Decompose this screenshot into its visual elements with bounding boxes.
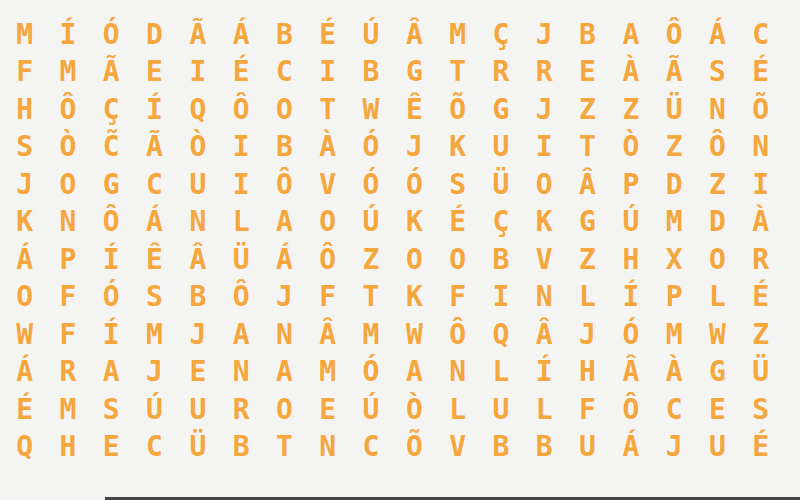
grid-cell[interactable]: K (393, 279, 436, 317)
grid-cell[interactable]: É (436, 204, 479, 242)
grid-cell[interactable]: O (3, 279, 46, 317)
grid-cell[interactable]: B (349, 54, 392, 92)
grid-cell[interactable]: J (133, 354, 176, 392)
grid-cell[interactable]: Z (609, 91, 652, 129)
grid-cell[interactable]: N (46, 204, 89, 242)
grid-cell[interactable]: Ü (219, 241, 262, 279)
grid-cell[interactable]: J (176, 316, 219, 354)
grid-cell[interactable]: M (3, 16, 46, 54)
grid-cell[interactable]: Ô (219, 91, 262, 129)
grid-cell[interactable]: A (90, 354, 133, 392)
grid-cell[interactable]: L (436, 391, 479, 429)
grid-cell[interactable]: C (349, 429, 392, 467)
grid-cell[interactable]: E (566, 54, 609, 92)
grid-cell[interactable]: F (46, 279, 89, 317)
grid-cell[interactable]: Ü (479, 166, 522, 204)
grid-cell[interactable]: O (46, 166, 89, 204)
grid-cell[interactable]: Ú (349, 391, 392, 429)
grid-cell[interactable]: Z (696, 166, 739, 204)
grid-cell[interactable]: S (739, 391, 782, 429)
grid-cell[interactable]: E (306, 391, 349, 429)
grid-cell[interactable]: Ô (263, 166, 306, 204)
grid-cell[interactable]: B (219, 429, 262, 467)
grid-cell[interactable]: O (696, 241, 739, 279)
grid-cell[interactable]: R (739, 241, 782, 279)
grid-cell[interactable]: U (176, 391, 219, 429)
grid-cell[interactable]: S (696, 54, 739, 92)
grid-cell[interactable]: Ü (652, 91, 695, 129)
grid-cell[interactable]: É (739, 279, 782, 317)
grid-cell[interactable]: O (263, 391, 306, 429)
grid-cell[interactable]: V (523, 241, 566, 279)
grid-cell[interactable]: É (219, 54, 262, 92)
grid-cell[interactable]: O (523, 166, 566, 204)
word-search-board: MÍÓDÃÁBÉÚÂMÇJBAÔÁCFMÃEIÉCIBGTRREÀÃSÉHÔÇÍ… (3, 16, 782, 466)
grid-cell[interactable]: L (696, 279, 739, 317)
grid-cell[interactable]: C (133, 429, 176, 467)
grid-cell[interactable]: Á (3, 354, 46, 392)
grid-cell[interactable]: I (219, 166, 262, 204)
grid-cell[interactable]: Q (176, 91, 219, 129)
grid-cell[interactable]: B (479, 241, 522, 279)
grid-cell[interactable]: S (3, 129, 46, 167)
grid-cell[interactable]: Ò (609, 129, 652, 167)
grid-cell[interactable]: R (46, 354, 89, 392)
grid-cell[interactable]: T (436, 54, 479, 92)
grid-cell[interactable]: É (3, 391, 46, 429)
grid-cell[interactable]: N (306, 429, 349, 467)
grid-cell[interactable]: B (566, 16, 609, 54)
grid-cell[interactable]: Ô (306, 241, 349, 279)
grid-cell[interactable]: B (263, 16, 306, 54)
grid-cell[interactable]: Ò (393, 391, 436, 429)
grid-cell[interactable]: A (219, 316, 262, 354)
grid-cell[interactable]: À (652, 354, 695, 392)
grid-cell[interactable]: M (133, 316, 176, 354)
grid-cell[interactable]: M (652, 204, 695, 242)
grid-cell[interactable]: Õ (436, 91, 479, 129)
grid-cell[interactable]: Q (3, 429, 46, 467)
grid-cell[interactable]: U (176, 166, 219, 204)
grid-cell[interactable]: N (739, 129, 782, 167)
grid-cell[interactable]: H (609, 241, 652, 279)
grid-cell[interactable]: N (436, 354, 479, 392)
grid-cell[interactable]: W (393, 316, 436, 354)
grid-cell[interactable]: I (219, 129, 262, 167)
grid-cell[interactable]: N (219, 354, 262, 392)
grid-cell[interactable]: J (566, 316, 609, 354)
grid-cell[interactable]: G (479, 91, 522, 129)
grid-cell[interactable]: I (523, 129, 566, 167)
grid-cell[interactable]: Â (393, 16, 436, 54)
grid-cell[interactable]: À (739, 204, 782, 242)
grid-cell[interactable]: Ü (176, 429, 219, 467)
grid-cell[interactable]: W (349, 91, 392, 129)
grid-cell[interactable]: Ó (393, 166, 436, 204)
grid-cell[interactable]: U (696, 429, 739, 467)
grid-cell[interactable]: J (263, 279, 306, 317)
grid-cell[interactable]: J (393, 129, 436, 167)
grid-cell[interactable]: S (90, 391, 133, 429)
grid-cell[interactable]: J (523, 91, 566, 129)
grid-cell[interactable]: I (306, 54, 349, 92)
grid-cell[interactable]: L (523, 391, 566, 429)
grid-cell[interactable]: Á (696, 16, 739, 54)
grid-cell[interactable]: Ô (436, 316, 479, 354)
grid-cell[interactable]: Â (306, 316, 349, 354)
grid-cell[interactable]: H (46, 429, 89, 467)
grid-cell[interactable]: Z (739, 316, 782, 354)
grid-cell[interactable]: Á (219, 16, 262, 54)
grid-cell[interactable]: Í (609, 279, 652, 317)
grid-cell[interactable]: Ó (349, 129, 392, 167)
grid-cell[interactable]: C (652, 391, 695, 429)
grid-cell[interactable]: U (566, 429, 609, 467)
grid-cell[interactable]: F (436, 279, 479, 317)
grid-cell[interactable]: B (479, 429, 522, 467)
grid-cell[interactable]: S (133, 279, 176, 317)
grid-cell[interactable]: A (263, 354, 306, 392)
grid-cell[interactable]: V (436, 429, 479, 467)
grid-cell[interactable]: Ó (90, 279, 133, 317)
grid-cell[interactable]: W (696, 316, 739, 354)
grid-cell[interactable]: É (306, 16, 349, 54)
grid-cell[interactable]: M (46, 391, 89, 429)
grid-cell[interactable]: Q (479, 316, 522, 354)
grid-cell[interactable]: À (306, 129, 349, 167)
grid-cell[interactable]: Â (566, 166, 609, 204)
grid-cell[interactable]: É (739, 429, 782, 467)
grid-cell[interactable]: Ç (90, 91, 133, 129)
grid-cell[interactable]: X (652, 241, 695, 279)
grid-cell[interactable]: Ú (349, 16, 392, 54)
grid-cell[interactable]: Ã (652, 54, 695, 92)
grid-cell[interactable]: Z (349, 241, 392, 279)
grid-cell[interactable]: O (263, 91, 306, 129)
grid-cell[interactable]: Á (133, 204, 176, 242)
grid-cell[interactable]: G (566, 204, 609, 242)
grid-cell[interactable]: O (393, 241, 436, 279)
grid-cell[interactable]: Ú (349, 204, 392, 242)
grid-cell[interactable]: O (436, 241, 479, 279)
grid-cell[interactable]: K (3, 204, 46, 242)
grid-cell[interactable]: O (306, 204, 349, 242)
grid-cell[interactable]: I (479, 279, 522, 317)
grid-cell[interactable]: F (3, 54, 46, 92)
grid-cell[interactable]: Ô (652, 16, 695, 54)
grid-cell[interactable]: Ç (479, 16, 522, 54)
grid-cell[interactable]: Í (46, 16, 89, 54)
grid-cell[interactable]: G (696, 354, 739, 392)
grid-cell[interactable]: F (306, 279, 349, 317)
grid-cell[interactable]: T (349, 279, 392, 317)
grid-cell[interactable]: F (46, 316, 89, 354)
grid-cell[interactable]: Ê (133, 241, 176, 279)
grid-cell[interactable]: P (46, 241, 89, 279)
grid-cell[interactable]: P (609, 166, 652, 204)
grid-cell[interactable]: U (479, 391, 522, 429)
grid-cell[interactable]: Á (3, 241, 46, 279)
grid-cell[interactable]: A (393, 354, 436, 392)
grid-cell[interactable]: Ô (219, 279, 262, 317)
grid-cell[interactable]: Í (90, 241, 133, 279)
grid-cell[interactable]: Ó (349, 354, 392, 392)
grid-cell[interactable]: M (349, 316, 392, 354)
grid-cell[interactable]: D (696, 204, 739, 242)
grid-cell[interactable]: R (479, 54, 522, 92)
grid-cell[interactable]: D (133, 16, 176, 54)
grid-cell[interactable]: E (90, 429, 133, 467)
grid-cell[interactable]: I (739, 166, 782, 204)
grid-cell[interactable]: C̃ (90, 129, 133, 167)
grid-cell[interactable]: Õ (393, 429, 436, 467)
grid-cell[interactable]: Ó (349, 166, 392, 204)
grid-cell[interactable]: Ã (133, 129, 176, 167)
grid-cell[interactable]: M (436, 16, 479, 54)
grid-cell[interactable]: Â (176, 241, 219, 279)
grid-cell[interactable]: Ã (90, 54, 133, 92)
grid-cell[interactable]: T (306, 91, 349, 129)
grid-cell[interactable]: W (3, 316, 46, 354)
grid-cell[interactable]: G (393, 54, 436, 92)
grid-cell[interactable]: Á (263, 241, 306, 279)
grid-cell[interactable]: R (219, 391, 262, 429)
grid-cell[interactable]: G (90, 166, 133, 204)
grid-cell[interactable]: Z (652, 129, 695, 167)
grid-cell[interactable]: Ò (176, 129, 219, 167)
grid-cell[interactable]: Ú (609, 204, 652, 242)
grid-cell[interactable]: Á (609, 429, 652, 467)
grid-cell[interactable]: M (46, 54, 89, 92)
grid-cell[interactable]: Ú (133, 391, 176, 429)
grid-cell[interactable]: Í (90, 316, 133, 354)
grid-cell[interactable]: B (176, 279, 219, 317)
grid-cell[interactable]: A (263, 204, 306, 242)
grid-cell[interactable]: F (566, 391, 609, 429)
grid-cell[interactable]: C (263, 54, 306, 92)
grid-cell[interactable]: V (306, 166, 349, 204)
grid-cell[interactable]: E (133, 54, 176, 92)
grid-cell[interactable]: L (479, 354, 522, 392)
grid-cell[interactable]: M (652, 316, 695, 354)
grid-cell[interactable]: M (306, 354, 349, 392)
grid-cell[interactable]: J (523, 16, 566, 54)
grid-cell[interactable]: Ô (696, 129, 739, 167)
grid-cell[interactable]: Ê (393, 91, 436, 129)
grid-cell[interactable]: S (436, 166, 479, 204)
grid-cell[interactable]: D (652, 166, 695, 204)
grid-cell[interactable]: Ô (609, 391, 652, 429)
grid-cell[interactable]: C (739, 16, 782, 54)
grid-cell[interactable]: N (176, 204, 219, 242)
grid-cell[interactable]: Ü (739, 354, 782, 392)
grid-cell[interactable]: Z (566, 241, 609, 279)
grid-cell[interactable]: Ó (609, 316, 652, 354)
grid-cell[interactable]: Â (523, 316, 566, 354)
grid-cell[interactable]: J (652, 429, 695, 467)
grid-cell[interactable]: H (566, 354, 609, 392)
grid-cell[interactable]: Z (566, 91, 609, 129)
grid-cell[interactable]: Ô (90, 204, 133, 242)
grid-cell[interactable]: K (436, 129, 479, 167)
grid-cell[interactable]: Ò (46, 129, 89, 167)
grid-cell[interactable]: A (609, 16, 652, 54)
grid-cell[interactable]: U (479, 129, 522, 167)
grid-cell[interactable]: Õ (739, 91, 782, 129)
grid-cell[interactable]: Â (609, 354, 652, 392)
grid-cell[interactable]: Ó (90, 16, 133, 54)
grid-cell[interactable]: L (219, 204, 262, 242)
grid-cell[interactable]: Ç (479, 204, 522, 242)
grid-cell[interactable]: J (3, 166, 46, 204)
grid-cell[interactable]: N (523, 279, 566, 317)
grid-cell[interactable]: T (263, 429, 306, 467)
grid-cell[interactable]: H (3, 91, 46, 129)
grid-cell[interactable]: Ô (46, 91, 89, 129)
grid-cell[interactable]: Ã (176, 16, 219, 54)
grid-cell[interactable]: N (263, 316, 306, 354)
grid-cell[interactable]: K (523, 204, 566, 242)
grid-cell[interactable]: R (523, 54, 566, 92)
grid-cell[interactable]: B (263, 129, 306, 167)
grid-cell[interactable]: Í (133, 91, 176, 129)
grid-cell[interactable]: E (696, 391, 739, 429)
grid-cell[interactable]: N (696, 91, 739, 129)
grid-cell[interactable]: E (176, 354, 219, 392)
grid-cell[interactable]: K (393, 204, 436, 242)
grid-cell[interactable]: É (739, 54, 782, 92)
grid-cell[interactable]: P (652, 279, 695, 317)
grid-cell[interactable]: Í (523, 354, 566, 392)
grid-cell[interactable]: I (176, 54, 219, 92)
grid-cell[interactable]: T (566, 129, 609, 167)
grid-cell[interactable]: L (566, 279, 609, 317)
grid-cell[interactable]: C (133, 166, 176, 204)
grid-cell[interactable]: À (609, 54, 652, 92)
grid-cell[interactable]: B (523, 429, 566, 467)
